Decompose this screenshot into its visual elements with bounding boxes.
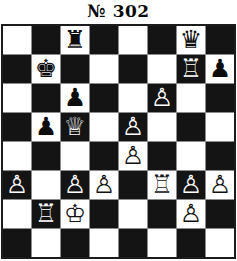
piece-white-pawn: ♙ — [180, 171, 202, 199]
square-d3: ♙ — [90, 171, 118, 199]
piece-white-queen: ♕ — [64, 113, 86, 141]
square-g3: ♙ — [177, 171, 205, 199]
square-b4 — [32, 142, 60, 170]
square-h5 — [206, 113, 234, 141]
square-h3: ♙ — [206, 171, 234, 199]
piece-white-pawn: ♙ — [122, 142, 144, 170]
piece-white-pawn: ♙ — [122, 113, 144, 141]
square-g4 — [177, 142, 205, 170]
square-b1 — [32, 229, 60, 257]
square-g1 — [177, 229, 205, 257]
square-f4 — [148, 142, 176, 170]
square-g7: ♖ — [177, 55, 205, 83]
piece-white-pawn: ♙ — [180, 200, 202, 228]
piece-black-king: ♚ — [35, 55, 57, 83]
square-a5 — [3, 113, 31, 141]
piece-white-pawn: ♙ — [64, 171, 86, 199]
square-g6 — [177, 84, 205, 112]
square-c3: ♙ — [61, 171, 89, 199]
square-a2 — [3, 200, 31, 228]
square-a8 — [3, 26, 31, 54]
square-d6 — [90, 84, 118, 112]
chess-board: ♜♛♚♖♟♟♙♟♕♙♙♙♙♙♖♙♙♖♔♙ — [1, 24, 236, 259]
square-c1 — [61, 229, 89, 257]
square-b5: ♟ — [32, 113, 60, 141]
square-e6 — [119, 84, 147, 112]
square-b7: ♚ — [32, 55, 60, 83]
square-a4 — [3, 142, 31, 170]
piece-black-rook: ♜ — [64, 26, 86, 54]
square-e5: ♙ — [119, 113, 147, 141]
square-f6: ♙ — [148, 84, 176, 112]
square-d8 — [90, 26, 118, 54]
piece-white-pawn: ♙ — [209, 171, 231, 199]
square-e1 — [119, 229, 147, 257]
square-a7 — [3, 55, 31, 83]
square-e4: ♙ — [119, 142, 147, 170]
piece-white-rook: ♖ — [35, 200, 57, 228]
piece-white-king: ♔ — [64, 200, 86, 228]
square-d2 — [90, 200, 118, 228]
square-c6: ♟ — [61, 84, 89, 112]
square-a1 — [3, 229, 31, 257]
square-d1 — [90, 229, 118, 257]
piece-black-queen: ♛ — [180, 26, 202, 54]
square-h8 — [206, 26, 234, 54]
piece-white-pawn: ♙ — [151, 84, 173, 112]
square-f2 — [148, 200, 176, 228]
square-e3 — [119, 171, 147, 199]
piece-black-pawn: ♟ — [209, 55, 231, 83]
square-b3 — [32, 171, 60, 199]
square-g5 — [177, 113, 205, 141]
square-b8 — [32, 26, 60, 54]
square-c2: ♔ — [61, 200, 89, 228]
square-h4 — [206, 142, 234, 170]
square-d4 — [90, 142, 118, 170]
square-b6 — [32, 84, 60, 112]
square-h6 — [206, 84, 234, 112]
square-f8 — [148, 26, 176, 54]
square-c8: ♜ — [61, 26, 89, 54]
square-f3: ♖ — [148, 171, 176, 199]
square-a6 — [3, 84, 31, 112]
square-a3: ♙ — [3, 171, 31, 199]
diagram-page: № 302 ♜♛♚♖♟♟♙♟♕♙♙♙♙♙♖♙♙♖♔♙ — [0, 0, 237, 261]
square-c5: ♕ — [61, 113, 89, 141]
square-d5 — [90, 113, 118, 141]
piece-white-rook: ♖ — [151, 171, 173, 199]
square-e8 — [119, 26, 147, 54]
square-g2: ♙ — [177, 200, 205, 228]
square-e2 — [119, 200, 147, 228]
square-h1 — [206, 229, 234, 257]
square-f1 — [148, 229, 176, 257]
square-f7 — [148, 55, 176, 83]
square-e7 — [119, 55, 147, 83]
piece-black-pawn: ♟ — [64, 84, 86, 112]
square-h2 — [206, 200, 234, 228]
square-h7: ♟ — [206, 55, 234, 83]
square-g8: ♛ — [177, 26, 205, 54]
diagram-title: № 302 — [0, 0, 237, 22]
piece-black-pawn: ♟ — [35, 113, 57, 141]
square-c4 — [61, 142, 89, 170]
square-d7 — [90, 55, 118, 83]
square-b2: ♖ — [32, 200, 60, 228]
square-c7 — [61, 55, 89, 83]
piece-white-pawn: ♙ — [6, 171, 28, 199]
square-f5 — [148, 113, 176, 141]
piece-white-pawn: ♙ — [93, 171, 115, 199]
piece-white-rook: ♖ — [180, 55, 202, 83]
